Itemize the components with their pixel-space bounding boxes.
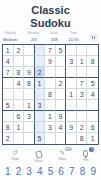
- cell-r6c9[interactable]: [87, 100, 98, 111]
- cell-r3c3[interactable]: 9: [24, 67, 35, 78]
- score-value: 208: [51, 37, 58, 42]
- cell-r6c7[interactable]: [66, 100, 77, 111]
- cell-r5c3[interactable]: [24, 89, 35, 100]
- cell-r3c6[interactable]: [56, 67, 67, 78]
- cell-r9c3[interactable]: [24, 133, 35, 144]
- pause-icon: [92, 36, 93, 39]
- cell-r2c5[interactable]: 9: [45, 56, 56, 67]
- cell-r8c5[interactable]: 3: [45, 122, 56, 133]
- cell-r2c7[interactable]: 3: [66, 56, 77, 67]
- cell-r6c8[interactable]: [77, 100, 88, 111]
- cell-r1c2[interactable]: 2: [14, 45, 25, 56]
- cell-r8c4[interactable]: [35, 122, 46, 133]
- cell-r7c3[interactable]: 3: [24, 111, 35, 122]
- notes-label: Notes: [58, 157, 66, 161]
- cell-r6c1[interactable]: 5: [3, 100, 14, 111]
- numpad-9[interactable]: 9: [90, 166, 96, 178]
- score-label: Score: [50, 32, 58, 36]
- cell-r9c9[interactable]: 1: [87, 133, 98, 144]
- sudoku-grid: 1275493187892481275813451363198134926258…: [2, 44, 99, 145]
- cell-r1c3[interactable]: [24, 45, 35, 56]
- cell-r5c8[interactable]: 3: [77, 89, 88, 100]
- cell-r1c7[interactable]: [66, 45, 77, 56]
- mistakes-label: Mistakes: [28, 32, 40, 36]
- undo-label: Undo: [11, 157, 18, 161]
- stat-mistakes: Mistakes 2/3: [28, 32, 40, 42]
- cell-r4c1[interactable]: [3, 78, 14, 89]
- time-value: 21:59: [68, 37, 78, 42]
- numpad-1[interactable]: 1: [5, 166, 11, 178]
- cell-r7c4[interactable]: [35, 111, 46, 122]
- cell-r9c1[interactable]: 2: [3, 133, 14, 144]
- mistakes-value: 2/3: [31, 37, 37, 42]
- cell-r3c9[interactable]: [87, 67, 98, 78]
- undo-button[interactable]: ↺ Undo: [8, 149, 22, 163]
- numpad-6[interactable]: 6: [58, 166, 64, 178]
- erase-button[interactable]: Erase: [32, 149, 46, 163]
- numpad-4[interactable]: 4: [37, 166, 43, 178]
- cell-r2c9[interactable]: 8: [87, 56, 98, 67]
- numpad-2[interactable]: 2: [16, 166, 22, 178]
- cell-r7c5[interactable]: 1: [45, 111, 56, 122]
- toolbar: ↺ Undo Erase ✎ OFF Notes 1 Hint: [0, 149, 101, 163]
- cell-r1c1[interactable]: 1: [3, 45, 14, 56]
- cell-r9c7[interactable]: [66, 133, 77, 144]
- difficulty-value: Medium: [3, 37, 17, 42]
- cell-r3c5[interactable]: [45, 67, 56, 78]
- eraser-icon: [35, 150, 43, 158]
- cell-r5c9[interactable]: 4: [87, 89, 98, 100]
- cell-r8c1[interactable]: 8: [3, 122, 14, 133]
- stat-difficulty: Difficulty Medium: [3, 32, 17, 42]
- difficulty-label: Difficulty: [4, 32, 15, 36]
- notes-button[interactable]: ✎ OFF Notes: [55, 149, 69, 163]
- numpad-5[interactable]: 5: [48, 166, 54, 178]
- hint-button[interactable]: 1 Hint: [79, 149, 93, 163]
- cell-r7c6[interactable]: 9: [56, 111, 67, 122]
- erase-label: Erase: [35, 159, 43, 163]
- cell-r5c2[interactable]: [14, 89, 25, 100]
- pause-icon: [94, 36, 95, 39]
- cell-r5c6[interactable]: [56, 89, 67, 100]
- cell-r9c4[interactable]: 5: [35, 133, 46, 144]
- title-line-2: Sudoku: [0, 17, 101, 30]
- cell-r4c4[interactable]: 1: [35, 78, 46, 89]
- cell-r1c4[interactable]: [35, 45, 46, 56]
- cell-r3c8[interactable]: [77, 67, 88, 78]
- cell-r8c8[interactable]: 2: [77, 122, 88, 133]
- stat-score: Score 208: [50, 32, 58, 42]
- hint-label: Hint: [83, 158, 88, 162]
- cell-r7c2[interactable]: 6: [14, 111, 25, 122]
- cell-r6c3[interactable]: 1: [24, 100, 35, 111]
- cell-r9c5[interactable]: [45, 133, 56, 144]
- cell-r6c5[interactable]: [45, 100, 56, 111]
- cell-r3c4[interactable]: 2: [35, 67, 46, 78]
- cell-r7c8[interactable]: [77, 111, 88, 122]
- hint-count-badge: 1: [89, 147, 94, 152]
- cell-r1c6[interactable]: 5: [56, 45, 67, 56]
- cell-r4c7[interactable]: [66, 78, 77, 89]
- cell-r4c8[interactable]: 7: [77, 78, 88, 89]
- cell-r4c9[interactable]: 5: [87, 78, 98, 89]
- cell-r5c4[interactable]: [35, 89, 46, 100]
- cell-r5c5[interactable]: 8: [45, 89, 56, 100]
- page-title: Classic Sudoku: [0, 0, 101, 29]
- pause-button[interactable]: [89, 33, 98, 42]
- cell-r2c8[interactable]: 1: [77, 56, 88, 67]
- cell-r7c7[interactable]: [66, 111, 77, 122]
- cell-r8c3[interactable]: [24, 122, 35, 133]
- cell-r6c2[interactable]: [14, 100, 25, 111]
- numpad-8[interactable]: 8: [80, 166, 86, 178]
- cell-r8c7[interactable]: 9: [66, 122, 77, 133]
- cell-r6c6[interactable]: [56, 100, 67, 111]
- cell-r3c7[interactable]: [66, 67, 77, 78]
- cell-r1c8[interactable]: [77, 45, 88, 56]
- cell-r1c9[interactable]: [87, 45, 98, 56]
- cell-r2c4[interactable]: [35, 56, 46, 67]
- cell-r2c1[interactable]: 4: [3, 56, 14, 67]
- notes-off-badge: OFF: [65, 147, 72, 151]
- stat-time: Time 21:59: [68, 32, 78, 42]
- numpad-3[interactable]: 3: [26, 166, 32, 178]
- cell-r5c1[interactable]: [3, 89, 14, 100]
- cell-r3c2[interactable]: 8: [14, 67, 25, 78]
- cell-r2c2[interactable]: [14, 56, 25, 67]
- cell-r9c8[interactable]: 8: [77, 133, 88, 144]
- cell-r6c4[interactable]: 3: [35, 100, 46, 111]
- numpad-7[interactable]: 7: [69, 166, 75, 178]
- time-label: Time: [70, 32, 77, 36]
- cell-r4c3[interactable]: 8: [24, 78, 35, 89]
- cell-r1c5[interactable]: 7: [45, 45, 56, 56]
- cell-r3c1[interactable]: 7: [3, 67, 14, 78]
- cell-r7c1[interactable]: [3, 111, 14, 122]
- cell-r4c6[interactable]: 2: [56, 78, 67, 89]
- pencil-icon: ✎: [60, 149, 65, 156]
- cell-r7c9[interactable]: [87, 111, 98, 122]
- cell-r8c9[interactable]: 6: [87, 122, 98, 133]
- cell-r8c6[interactable]: 4: [56, 122, 67, 133]
- cell-r4c5[interactable]: [45, 78, 56, 89]
- cell-r9c2[interactable]: [14, 133, 25, 144]
- cell-r9c6[interactable]: [56, 133, 67, 144]
- undo-icon: ↺: [12, 149, 17, 156]
- cell-r2c6[interactable]: [56, 56, 67, 67]
- lightbulb-icon: [83, 150, 88, 157]
- cell-r5c7[interactable]: 1: [66, 89, 77, 100]
- cell-r4c2[interactable]: 4: [14, 78, 25, 89]
- numpad: 123456789: [0, 166, 101, 178]
- stats-bar: Difficulty Medium Mistakes 2/3 Score 208…: [0, 32, 101, 42]
- cell-r8c2[interactable]: 1: [14, 122, 25, 133]
- title-line-1: Classic: [0, 4, 101, 17]
- cell-r2c3[interactable]: [24, 56, 35, 67]
